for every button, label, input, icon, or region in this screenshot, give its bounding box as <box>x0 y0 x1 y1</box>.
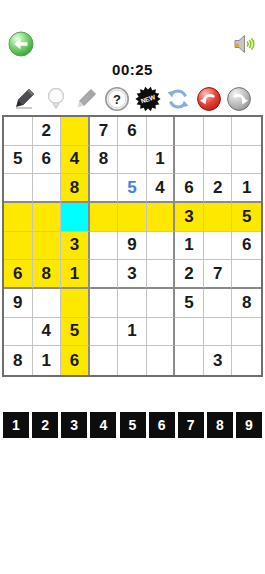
sudoku-cell-r3c4[interactable] <box>90 174 119 203</box>
sudoku-cell-r4c6[interactable] <box>147 203 176 232</box>
sudoku-cell-r9c2[interactable]: 1 <box>33 346 62 375</box>
undo-button[interactable] <box>195 85 223 113</box>
sudoku-cell-r2c6[interactable]: 1 <box>147 146 176 175</box>
top-bar <box>0 31 265 57</box>
redo-arrow-icon <box>226 86 252 112</box>
sudoku-cell-r3c6[interactable]: 4 <box>147 174 176 203</box>
sudoku-cell-r4c9[interactable]: 5 <box>232 203 261 232</box>
question-mark-icon: ? <box>104 86 130 112</box>
sudoku-cell-r6c2[interactable]: 8 <box>33 260 62 289</box>
numpad-button-7[interactable]: 7 <box>178 412 204 438</box>
sudoku-cell-r4c8[interactable] <box>204 203 233 232</box>
sudoku-cell-r1c3[interactable] <box>61 117 90 146</box>
sudoku-cell-r6c1[interactable]: 6 <box>4 260 33 289</box>
sudoku-cell-r8c8[interactable] <box>204 318 233 347</box>
sudoku-cell-r7c6[interactable] <box>147 289 176 318</box>
sudoku-cell-r6c8[interactable]: 7 <box>204 260 233 289</box>
sudoku-cell-r5c4[interactable] <box>90 232 119 261</box>
numpad-button-8[interactable]: 8 <box>207 412 233 438</box>
sudoku-cell-r2c1[interactable]: 5 <box>4 146 33 175</box>
sudoku-cell-r1c9[interactable] <box>232 117 261 146</box>
sudoku-cell-r6c6[interactable] <box>147 260 176 289</box>
game-timer: 00:25 <box>0 61 265 78</box>
sudoku-cell-r7c1[interactable]: 9 <box>4 289 33 318</box>
sudoku-cell-r8c5[interactable]: 1 <box>118 318 147 347</box>
eraser-icon <box>74 86 100 112</box>
sudoku-cell-r2c7[interactable] <box>175 146 204 175</box>
sudoku-cell-r5c6[interactable] <box>147 232 176 261</box>
hint-button[interactable] <box>42 85 70 113</box>
sudoku-cell-r1c6[interactable] <box>147 117 176 146</box>
sudoku-cell-r9c4[interactable] <box>90 346 119 375</box>
sudoku-cell-r5c1[interactable] <box>4 232 33 261</box>
sudoku-cell-r8c2[interactable]: 4 <box>33 318 62 347</box>
help-glyph: ? <box>113 91 121 106</box>
sudoku-cell-r4c3[interactable] <box>61 203 90 232</box>
sudoku-cell-r4c5[interactable] <box>118 203 147 232</box>
sudoku-cell-r8c3[interactable]: 5 <box>61 318 90 347</box>
help-button[interactable]: ? <box>103 85 131 113</box>
redo-button[interactable] <box>225 85 253 113</box>
sudoku-cell-r3c3[interactable]: 8 <box>61 174 90 203</box>
sudoku-cell-r7c2[interactable] <box>33 289 62 318</box>
sudoku-cell-r1c5[interactable]: 6 <box>118 117 147 146</box>
sudoku-cell-r6c5[interactable]: 3 <box>118 260 147 289</box>
sudoku-cell-r7c5[interactable] <box>118 289 147 318</box>
sudoku-cell-r5c8[interactable] <box>204 232 233 261</box>
sudoku-cell-r8c4[interactable] <box>90 318 119 347</box>
sudoku-cell-r5c3[interactable]: 3 <box>61 232 90 261</box>
sudoku-cell-r6c4[interactable] <box>90 260 119 289</box>
sudoku-cell-r5c2[interactable] <box>33 232 62 261</box>
sudoku-cell-r6c3[interactable]: 1 <box>61 260 90 289</box>
sudoku-cell-r9c8[interactable]: 3 <box>204 346 233 375</box>
back-arrow-icon <box>8 31 34 57</box>
sudoku-cell-r7c3[interactable] <box>61 289 90 318</box>
refresh-icon <box>165 86 191 112</box>
numpad-button-2[interactable]: 2 <box>32 412 58 438</box>
sudoku-cell-r8c1[interactable] <box>4 318 33 347</box>
new-badge-icon: NEW <box>135 86 161 112</box>
sudoku-cell-r4c2[interactable] <box>33 203 62 232</box>
sudoku-cell-r6c7[interactable]: 2 <box>175 260 204 289</box>
sound-toggle-button[interactable] <box>232 31 259 57</box>
number-pad: 123456789 <box>3 412 262 438</box>
sudoku-cell-r5c7[interactable]: 1 <box>175 232 204 261</box>
sudoku-cell-r2c4[interactable]: 8 <box>90 146 119 175</box>
sudoku-cell-r9c9[interactable] <box>232 346 261 375</box>
numpad-button-9[interactable]: 9 <box>236 412 262 438</box>
refresh-button[interactable] <box>164 85 192 113</box>
numpad-button-6[interactable]: 6 <box>149 412 175 438</box>
sudoku-cell-r4c4[interactable] <box>90 203 119 232</box>
sudoku-cell-r9c7[interactable] <box>175 346 204 375</box>
toolbar: ? NEW <box>12 84 253 113</box>
sudoku-cell-r9c1[interactable]: 8 <box>4 346 33 375</box>
sudoku-cell-r1c4[interactable]: 7 <box>90 117 119 146</box>
sudoku-cell-r3c5[interactable]: 5 <box>118 174 147 203</box>
sudoku-cell-r1c7[interactable] <box>175 117 204 146</box>
sudoku-cell-r7c8[interactable] <box>204 289 233 318</box>
pencil-icon <box>13 86 39 112</box>
numpad-button-4[interactable]: 4 <box>90 412 116 438</box>
pencil-notes-button[interactable] <box>12 85 40 113</box>
eraser-button[interactable] <box>73 85 101 113</box>
sudoku-cell-r8c6[interactable] <box>147 318 176 347</box>
sudoku-cell-r4c7[interactable]: 3 <box>175 203 204 232</box>
sudoku-cell-r7c7[interactable]: 5 <box>175 289 204 318</box>
sudoku-grid: 276564818546213539166813279584518163 <box>2 115 263 377</box>
sudoku-cell-r9c5[interactable] <box>118 346 147 375</box>
undo-arrow-icon <box>196 86 222 112</box>
sudoku-cell-r4c1[interactable] <box>4 203 33 232</box>
sudoku-cell-r2c2[interactable]: 6 <box>33 146 62 175</box>
sudoku-cell-r3c7[interactable]: 6 <box>175 174 204 203</box>
sudoku-cell-r3c2[interactable] <box>33 174 62 203</box>
sudoku-cell-r5c9[interactable]: 6 <box>232 232 261 261</box>
sudoku-cell-r3c8[interactable]: 2 <box>204 174 233 203</box>
sudoku-cell-r8c9[interactable] <box>232 318 261 347</box>
sudoku-cell-r2c5[interactable] <box>118 146 147 175</box>
sudoku-cell-r1c8[interactable] <box>204 117 233 146</box>
sudoku-cell-r2c3[interactable]: 4 <box>61 146 90 175</box>
sudoku-cell-r6c9[interactable] <box>232 260 261 289</box>
back-button[interactable] <box>8 31 34 57</box>
sudoku-cell-r3c9[interactable]: 1 <box>232 174 261 203</box>
sudoku-cell-r2c8[interactable] <box>204 146 233 175</box>
lightbulb-icon <box>43 86 69 112</box>
sudoku-cell-r5c5[interactable]: 9 <box>118 232 147 261</box>
sudoku-cell-r9c3[interactable]: 6 <box>61 346 90 375</box>
sudoku-cell-r1c2[interactable]: 2 <box>33 117 62 146</box>
numpad-button-5[interactable]: 5 <box>120 412 146 438</box>
sudoku-cell-r7c4[interactable] <box>90 289 119 318</box>
numpad-button-3[interactable]: 3 <box>61 412 87 438</box>
sudoku-cell-r9c6[interactable] <box>147 346 176 375</box>
sudoku-cell-r2c9[interactable] <box>232 146 261 175</box>
sudoku-cell-r7c9[interactable]: 8 <box>232 289 261 318</box>
sudoku-cell-r3c1[interactable] <box>4 174 33 203</box>
sudoku-cell-r1c1[interactable] <box>4 117 33 146</box>
new-game-button[interactable]: NEW <box>134 85 162 113</box>
numpad-button-1[interactable]: 1 <box>3 412 29 438</box>
speaker-icon <box>232 31 259 57</box>
sudoku-cell-r8c7[interactable] <box>175 318 204 347</box>
